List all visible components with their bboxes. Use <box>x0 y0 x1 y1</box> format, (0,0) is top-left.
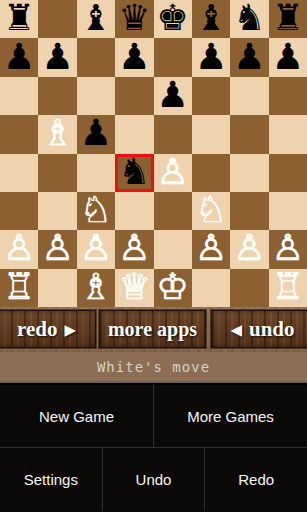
square-e4[interactable]: ♙ <box>154 154 192 192</box>
square-f2[interactable]: ♙ <box>192 230 230 268</box>
menu-item-new-game[interactable]: New Game <box>0 385 153 447</box>
square-g2[interactable]: ♙ <box>230 230 268 268</box>
square-g5[interactable] <box>230 115 268 153</box>
menu-row-1: New Game More Games <box>0 385 307 448</box>
piece-black-pawn[interactable]: ♟ <box>41 39 73 75</box>
square-d7[interactable]: ♟ <box>115 38 153 76</box>
square-g8[interactable]: ♞ <box>230 0 268 38</box>
square-a6[interactable] <box>0 77 38 115</box>
redo-label: redo <box>17 317 57 342</box>
piece-white-knight[interactable]: ♘ <box>195 192 227 228</box>
square-h8[interactable]: ♜ <box>269 0 307 38</box>
piece-black-bishop[interactable]: ♝ <box>195 0 227 36</box>
square-b4[interactable] <box>38 154 76 192</box>
piece-black-pawn[interactable]: ♟ <box>157 77 189 113</box>
square-a2[interactable]: ♙ <box>0 230 38 268</box>
square-d4[interactable]: ♞ <box>115 154 153 192</box>
piece-black-rook[interactable]: ♜ <box>3 0 35 36</box>
menu-item-settings[interactable]: Settings <box>0 448 102 511</box>
square-a7[interactable]: ♟ <box>0 38 38 76</box>
piece-white-pawn[interactable]: ♙ <box>195 230 227 266</box>
square-h2[interactable]: ♙ <box>269 230 307 268</box>
square-f1[interactable] <box>192 269 230 307</box>
square-a4[interactable] <box>0 154 38 192</box>
chess-board[interactable]: ♜♝♛♚♝♞♜♟♟♟♟♟♟♟♗♟♞♙♘♘♙♙♙♙♙♙♙♖♗♕♔♖ <box>0 0 307 307</box>
menu-item-redo[interactable]: Redo <box>204 448 307 511</box>
square-d5[interactable] <box>115 115 153 153</box>
square-g4[interactable] <box>230 154 268 192</box>
square-d8[interactable]: ♛ <box>115 0 153 38</box>
square-g7[interactable]: ♟ <box>230 38 268 76</box>
square-f6[interactable] <box>192 77 230 115</box>
square-c6[interactable] <box>77 77 115 115</box>
piece-black-bishop[interactable]: ♝ <box>80 0 112 36</box>
square-h1[interactable]: ♖ <box>269 269 307 307</box>
square-c4[interactable] <box>77 154 115 192</box>
square-b5[interactable]: ♗ <box>38 115 76 153</box>
square-c1[interactable]: ♗ <box>77 269 115 307</box>
square-b3[interactable] <box>38 192 76 230</box>
piece-black-knight[interactable]: ♞ <box>118 154 150 190</box>
turn-indicator-text: White's move <box>97 359 210 375</box>
square-b8[interactable] <box>38 0 76 38</box>
undo-label: undo <box>249 317 295 342</box>
square-h6[interactable] <box>269 77 307 115</box>
piece-white-rook[interactable]: ♖ <box>3 269 35 305</box>
piece-white-pawn[interactable]: ♙ <box>272 230 304 266</box>
square-b7[interactable]: ♟ <box>38 38 76 76</box>
options-menu: New Game More Games Settings Undo Redo <box>0 385 307 512</box>
piece-black-pawn[interactable]: ♟ <box>272 39 304 75</box>
piece-white-pawn[interactable]: ♙ <box>118 230 150 266</box>
status-bar: White's move <box>0 352 307 383</box>
square-b6[interactable] <box>38 77 76 115</box>
undo-wood-button[interactable]: ◀ undo <box>211 310 307 348</box>
square-c8[interactable]: ♝ <box>77 0 115 38</box>
square-e3[interactable] <box>154 192 192 230</box>
piece-black-king[interactable]: ♚ <box>157 0 189 36</box>
piece-white-bishop[interactable]: ♗ <box>80 269 112 305</box>
piece-black-pawn[interactable]: ♟ <box>80 115 112 151</box>
square-c5[interactable]: ♟ <box>77 115 115 153</box>
piece-black-knight[interactable]: ♞ <box>233 0 265 36</box>
square-e6[interactable]: ♟ <box>154 77 192 115</box>
square-d2[interactable]: ♙ <box>115 230 153 268</box>
square-h3[interactable] <box>269 192 307 230</box>
square-a5[interactable] <box>0 115 38 153</box>
more-apps-label: more apps <box>108 318 197 341</box>
piece-white-pawn[interactable]: ♙ <box>3 230 35 266</box>
chess-app-screen: ♜♝♛♚♝♞♜♟♟♟♟♟♟♟♗♟♞♙♘♘♙♙♙♙♙♙♙♖♗♕♔♖ redo ▶ … <box>0 0 307 512</box>
square-a1[interactable]: ♖ <box>0 269 38 307</box>
square-a8[interactable]: ♜ <box>0 0 38 38</box>
square-f8[interactable]: ♝ <box>192 0 230 38</box>
square-h7[interactable]: ♟ <box>269 38 307 76</box>
square-g6[interactable] <box>230 77 268 115</box>
square-c7[interactable] <box>77 38 115 76</box>
piece-black-pawn[interactable]: ♟ <box>195 39 227 75</box>
square-f4[interactable] <box>192 154 230 192</box>
piece-white-knight[interactable]: ♘ <box>80 192 112 228</box>
piece-white-rook[interactable]: ♖ <box>272 269 304 305</box>
piece-white-king[interactable]: ♔ <box>157 269 189 305</box>
square-f5[interactable] <box>192 115 230 153</box>
square-f3[interactable]: ♘ <box>192 192 230 230</box>
menu-item-undo[interactable]: Undo <box>102 448 205 511</box>
arrow-right-icon: ▶ <box>64 321 76 339</box>
square-c3[interactable]: ♘ <box>77 192 115 230</box>
square-d6[interactable] <box>115 77 153 115</box>
square-d1[interactable]: ♕ <box>115 269 153 307</box>
square-d3[interactable] <box>115 192 153 230</box>
square-g3[interactable] <box>230 192 268 230</box>
square-e8[interactable]: ♚ <box>154 0 192 38</box>
square-h5[interactable] <box>269 115 307 153</box>
square-e5[interactable] <box>154 115 192 153</box>
square-a3[interactable] <box>0 192 38 230</box>
piece-white-queen[interactable]: ♕ <box>118 269 150 305</box>
square-f7[interactable]: ♟ <box>192 38 230 76</box>
piece-white-pawn[interactable]: ♙ <box>41 230 73 266</box>
piece-black-rook[interactable]: ♜ <box>272 0 304 36</box>
menu-row-2: Settings Undo Redo <box>0 448 307 511</box>
piece-white-bishop[interactable]: ♗ <box>41 115 73 151</box>
square-b1[interactable] <box>38 269 76 307</box>
square-e2[interactable] <box>154 230 192 268</box>
piece-black-pawn[interactable]: ♟ <box>3 39 35 75</box>
redo-wood-button[interactable]: redo ▶ <box>0 310 96 348</box>
piece-black-queen[interactable]: ♛ <box>118 0 150 36</box>
wood-toolbar: redo ▶ more apps ◀ undo <box>0 307 307 352</box>
square-e7[interactable] <box>154 38 192 76</box>
arrow-left-icon: ◀ <box>230 321 242 339</box>
more-apps-button[interactable]: more apps <box>99 310 206 348</box>
piece-white-pawn[interactable]: ♙ <box>233 230 265 266</box>
square-c2[interactable]: ♙ <box>77 230 115 268</box>
piece-black-pawn[interactable]: ♟ <box>233 39 265 75</box>
menu-item-more-games[interactable]: More Games <box>153 385 307 447</box>
square-h4[interactable] <box>269 154 307 192</box>
piece-white-pawn[interactable]: ♙ <box>80 230 112 266</box>
square-e1[interactable]: ♔ <box>154 269 192 307</box>
square-b2[interactable]: ♙ <box>38 230 76 268</box>
piece-black-pawn[interactable]: ♟ <box>118 39 150 75</box>
square-g1[interactable] <box>230 269 268 307</box>
piece-white-pawn[interactable]: ♙ <box>157 154 189 190</box>
